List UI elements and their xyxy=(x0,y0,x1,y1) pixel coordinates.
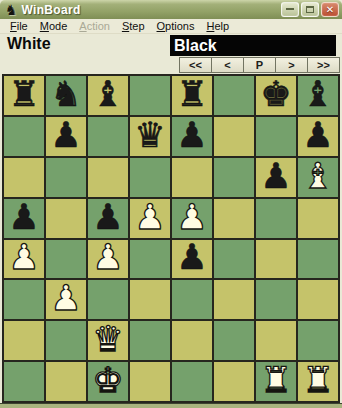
menu-item-help[interactable]: Help xyxy=(200,19,235,33)
piece-black-pawn[interactable]: ♟ xyxy=(50,118,81,153)
square-h7[interactable]: ♟ xyxy=(298,117,338,156)
piece-white-pawn[interactable]: ♟ xyxy=(176,200,207,235)
piece-white-bishop[interactable]: ♝ xyxy=(302,159,333,194)
piece-black-rook[interactable]: ♜ xyxy=(8,77,39,112)
maximize-button[interactable] xyxy=(301,2,319,17)
square-f5[interactable] xyxy=(214,199,254,238)
square-e8[interactable]: ♜ xyxy=(172,76,212,115)
square-f7[interactable] xyxy=(214,117,254,156)
square-a7[interactable] xyxy=(4,117,44,156)
square-b3[interactable]: ♟ xyxy=(46,280,86,319)
piece-black-pawn[interactable]: ♟ xyxy=(176,240,207,275)
square-b7[interactable]: ♟ xyxy=(46,117,86,156)
piece-black-bishop[interactable]: ♝ xyxy=(302,77,333,112)
square-e4[interactable]: ♟ xyxy=(172,240,212,279)
square-e7[interactable]: ♟ xyxy=(172,117,212,156)
piece-black-pawn[interactable]: ♟ xyxy=(92,200,123,235)
square-f1[interactable] xyxy=(214,362,254,401)
square-g8[interactable]: ♚ xyxy=(256,76,296,115)
square-h4[interactable] xyxy=(298,240,338,279)
white-clock-label: White xyxy=(7,35,51,53)
clock-row: White Black xyxy=(0,34,342,57)
square-f4[interactable] xyxy=(214,240,254,279)
square-f6[interactable] xyxy=(214,158,254,197)
square-a5[interactable]: ♟ xyxy=(4,199,44,238)
knight-app-icon: ♞ xyxy=(5,3,18,17)
piece-black-pawn[interactable]: ♟ xyxy=(302,118,333,153)
square-g4[interactable] xyxy=(256,240,296,279)
square-h2[interactable] xyxy=(298,321,338,360)
square-c6[interactable] xyxy=(88,158,128,197)
square-h8[interactable]: ♝ xyxy=(298,76,338,115)
piece-black-pawn[interactable]: ♟ xyxy=(8,200,39,235)
square-g7[interactable] xyxy=(256,117,296,156)
square-b6[interactable] xyxy=(46,158,86,197)
square-c8[interactable]: ♝ xyxy=(88,76,128,115)
square-e3[interactable] xyxy=(172,280,212,319)
square-e2[interactable] xyxy=(172,321,212,360)
square-a1[interactable] xyxy=(4,362,44,401)
piece-black-bishop[interactable]: ♝ xyxy=(92,77,123,112)
square-a6[interactable] xyxy=(4,158,44,197)
square-b5[interactable] xyxy=(46,199,86,238)
rewind-to-start-button[interactable]: << xyxy=(179,57,212,73)
piece-white-pawn[interactable]: ♟ xyxy=(134,200,165,235)
window-bottom-frame xyxy=(0,403,342,408)
piece-black-king[interactable]: ♚ xyxy=(260,77,291,112)
square-d5[interactable]: ♟ xyxy=(130,199,170,238)
square-e6[interactable] xyxy=(172,158,212,197)
minimize-button[interactable] xyxy=(281,2,299,17)
square-c4[interactable]: ♟ xyxy=(88,240,128,279)
square-g5[interactable] xyxy=(256,199,296,238)
piece-white-pawn[interactable]: ♟ xyxy=(8,240,39,275)
piece-white-queen[interactable]: ♛ xyxy=(92,322,123,357)
square-f2[interactable] xyxy=(214,321,254,360)
piece-black-queen[interactable]: ♛ xyxy=(134,118,165,153)
piece-white-rook[interactable]: ♜ xyxy=(260,363,291,398)
square-b2[interactable] xyxy=(46,321,86,360)
nav-row: <<<P>>> xyxy=(0,57,342,74)
square-g1[interactable]: ♜ xyxy=(256,362,296,401)
square-h3[interactable] xyxy=(298,280,338,319)
square-a4[interactable]: ♟ xyxy=(4,240,44,279)
pause-button[interactable]: P xyxy=(243,57,276,73)
square-d1[interactable] xyxy=(130,362,170,401)
piece-black-pawn[interactable]: ♟ xyxy=(176,118,207,153)
square-e1[interactable] xyxy=(172,362,212,401)
square-c2[interactable]: ♛ xyxy=(88,321,128,360)
black-clock-label: Black xyxy=(170,35,336,56)
square-a2[interactable] xyxy=(4,321,44,360)
square-g3[interactable] xyxy=(256,280,296,319)
step-forward-button[interactable]: > xyxy=(275,57,308,73)
close-button[interactable]: ✕ xyxy=(321,2,339,17)
menu-item-file[interactable]: File xyxy=(4,19,34,33)
nav-button-group: <<<P>>> xyxy=(180,57,340,73)
menu-item-options[interactable]: Options xyxy=(151,19,201,33)
piece-white-pawn[interactable]: ♟ xyxy=(92,240,123,275)
square-d7[interactable]: ♛ xyxy=(130,117,170,156)
square-b1[interactable] xyxy=(46,362,86,401)
menu-item-step[interactable]: Step xyxy=(116,19,151,33)
square-c5[interactable]: ♟ xyxy=(88,199,128,238)
chess-board[interactable]: ♜♞♝♜♚♝♟♛♟♟♟♝♟♟♟♟♟♟♟♟♛♚♜♜ xyxy=(2,74,340,403)
piece-white-king[interactable]: ♚ xyxy=(92,363,123,398)
piece-black-rook[interactable]: ♜ xyxy=(176,77,207,112)
square-c1[interactable]: ♚ xyxy=(88,362,128,401)
menu-item-mode[interactable]: Mode xyxy=(34,19,74,33)
square-a8[interactable]: ♜ xyxy=(4,76,44,115)
square-a3[interactable] xyxy=(4,280,44,319)
piece-black-knight[interactable]: ♞ xyxy=(50,77,81,112)
square-e5[interactable]: ♟ xyxy=(172,199,212,238)
square-f8[interactable] xyxy=(214,76,254,115)
square-d6[interactable] xyxy=(130,158,170,197)
piece-white-rook[interactable]: ♜ xyxy=(302,363,333,398)
step-back-button[interactable]: < xyxy=(211,57,244,73)
piece-white-pawn[interactable]: ♟ xyxy=(50,281,81,316)
square-d8[interactable] xyxy=(130,76,170,115)
square-h5[interactable] xyxy=(298,199,338,238)
square-d4[interactable] xyxy=(130,240,170,279)
square-b4[interactable] xyxy=(46,240,86,279)
square-b8[interactable]: ♞ xyxy=(46,76,86,115)
square-h6[interactable]: ♝ xyxy=(298,158,338,197)
menu-item-action: Action xyxy=(73,19,116,33)
square-g2[interactable] xyxy=(256,321,296,360)
square-d3[interactable] xyxy=(130,280,170,319)
square-c3[interactable] xyxy=(88,280,128,319)
window-title: WinBoard xyxy=(22,3,281,17)
square-h1[interactable]: ♜ xyxy=(298,362,338,401)
square-d2[interactable] xyxy=(130,321,170,360)
square-f3[interactable] xyxy=(214,280,254,319)
title-bar[interactable]: ♞ WinBoard ✕ xyxy=(0,0,342,19)
square-c7[interactable] xyxy=(88,117,128,156)
winboard-window: ♞ WinBoard ✕ FileModeActionStepOptionsHe… xyxy=(0,0,342,408)
piece-black-pawn[interactable]: ♟ xyxy=(260,159,291,194)
square-g6[interactable]: ♟ xyxy=(256,158,296,197)
forward-to-end-button[interactable]: >> xyxy=(307,57,340,73)
menu-bar: FileModeActionStepOptionsHelp xyxy=(0,19,342,34)
